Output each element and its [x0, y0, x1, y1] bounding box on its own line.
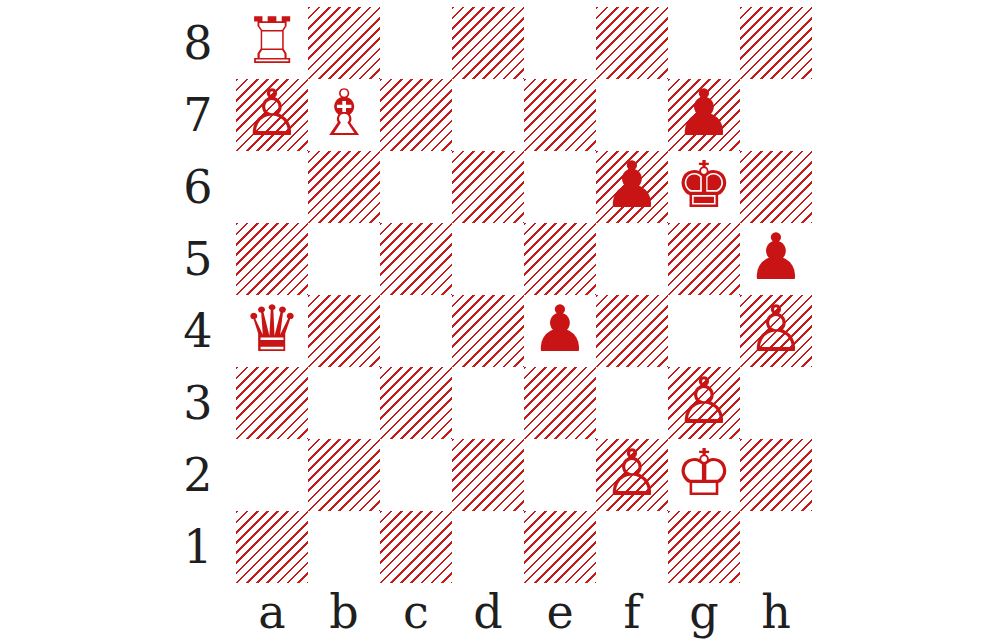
rank-labels: 87654321 — [170, 7, 226, 583]
square-g5[interactable] — [668, 223, 740, 295]
rank-label-7: 7 — [170, 79, 226, 151]
white-pawn-f2[interactable]: ♙ — [603, 437, 660, 509]
file-label-e: e — [524, 584, 596, 640]
square-e2[interactable] — [524, 439, 596, 511]
square-a1[interactable] — [236, 511, 308, 583]
black-pawn-e4[interactable]: ♟ — [531, 293, 588, 365]
rank-label-1: 1 — [170, 511, 226, 583]
square-f6[interactable]: ♟ — [596, 151, 668, 223]
square-e7[interactable] — [524, 79, 596, 151]
square-c7[interactable] — [380, 79, 452, 151]
black-king-g6[interactable]: ♚ — [675, 149, 732, 221]
square-g3[interactable]: ♙ — [668, 367, 740, 439]
square-g1[interactable] — [668, 511, 740, 583]
square-e4[interactable]: ♟ — [524, 295, 596, 367]
square-b2[interactable] — [308, 439, 380, 511]
square-h6[interactable] — [740, 151, 812, 223]
square-h3[interactable] — [740, 367, 812, 439]
square-d1[interactable] — [452, 511, 524, 583]
black-pawn-f6[interactable]: ♟ — [603, 149, 660, 221]
file-labels: abcdefgh — [236, 584, 812, 640]
square-b4[interactable] — [308, 295, 380, 367]
square-c3[interactable] — [380, 367, 452, 439]
square-c4[interactable] — [380, 295, 452, 367]
rank-label-6: 6 — [170, 151, 226, 223]
square-d8[interactable] — [452, 7, 524, 79]
square-f7[interactable] — [596, 79, 668, 151]
white-pawn-a7[interactable]: ♙ — [243, 77, 300, 149]
square-b3[interactable] — [308, 367, 380, 439]
white-king-g2[interactable]: ♔ — [675, 437, 732, 509]
square-e6[interactable] — [524, 151, 596, 223]
square-e1[interactable] — [524, 511, 596, 583]
file-label-b: b — [308, 584, 380, 640]
square-f4[interactable] — [596, 295, 668, 367]
rank-label-3: 3 — [170, 367, 226, 439]
square-b8[interactable] — [308, 7, 380, 79]
square-c8[interactable] — [380, 7, 452, 79]
square-f8[interactable] — [596, 7, 668, 79]
square-a6[interactable] — [236, 151, 308, 223]
file-label-a: a — [236, 584, 308, 640]
file-label-h: h — [740, 584, 812, 640]
square-f2[interactable]: ♙ — [596, 439, 668, 511]
square-c1[interactable] — [380, 511, 452, 583]
square-c5[interactable] — [380, 223, 452, 295]
square-g2[interactable]: ♔ — [668, 439, 740, 511]
black-pawn-g7[interactable]: ♟ — [675, 77, 732, 149]
square-a7[interactable]: ♙ — [236, 79, 308, 151]
square-h5[interactable]: ♟ — [740, 223, 812, 295]
square-b7[interactable]: ♗ — [308, 79, 380, 151]
square-c6[interactable] — [380, 151, 452, 223]
square-e5[interactable] — [524, 223, 596, 295]
square-a5[interactable] — [236, 223, 308, 295]
square-b1[interactable] — [308, 511, 380, 583]
black-queen-a4[interactable]: ♛ — [243, 293, 300, 365]
square-a2[interactable] — [236, 439, 308, 511]
square-a8[interactable]: ♖ — [236, 7, 308, 79]
square-g4[interactable] — [668, 295, 740, 367]
square-g8[interactable] — [668, 7, 740, 79]
square-a4[interactable]: ♛ — [236, 295, 308, 367]
square-g7[interactable]: ♟ — [668, 79, 740, 151]
white-pawn-h4[interactable]: ♙ — [747, 293, 804, 365]
square-g6[interactable]: ♚ — [668, 151, 740, 223]
chess-board: ♖♙♗♟♟♚♟♛♟♙♙♙♔ — [236, 7, 812, 583]
square-d7[interactable] — [452, 79, 524, 151]
square-e8[interactable] — [524, 7, 596, 79]
square-b6[interactable] — [308, 151, 380, 223]
square-h7[interactable] — [740, 79, 812, 151]
rank-label-8: 8 — [170, 7, 226, 79]
square-d4[interactable] — [452, 295, 524, 367]
square-d2[interactable] — [452, 439, 524, 511]
rank-label-5: 5 — [170, 223, 226, 295]
white-bishop-b7[interactable]: ♗ — [315, 77, 372, 149]
rank-label-4: 4 — [170, 295, 226, 367]
square-f5[interactable] — [596, 223, 668, 295]
black-pawn-h5[interactable]: ♟ — [747, 221, 804, 293]
square-d6[interactable] — [452, 151, 524, 223]
white-rook-a8[interactable]: ♖ — [243, 5, 300, 77]
square-a3[interactable] — [236, 367, 308, 439]
chess-diagram: 87654321 ♖♙♗♟♟♚♟♛♟♙♙♙♔ abcdefgh — [0, 0, 1000, 642]
square-f3[interactable] — [596, 367, 668, 439]
file-label-g: g — [668, 584, 740, 640]
square-c2[interactable] — [380, 439, 452, 511]
rank-label-2: 2 — [170, 439, 226, 511]
square-h2[interactable] — [740, 439, 812, 511]
square-f1[interactable] — [596, 511, 668, 583]
square-b5[interactable] — [308, 223, 380, 295]
square-h8[interactable] — [740, 7, 812, 79]
square-d3[interactable] — [452, 367, 524, 439]
white-pawn-g3[interactable]: ♙ — [675, 365, 732, 437]
square-d5[interactable] — [452, 223, 524, 295]
file-label-d: d — [452, 584, 524, 640]
file-label-f: f — [596, 584, 668, 640]
file-label-c: c — [380, 584, 452, 640]
square-e3[interactable] — [524, 367, 596, 439]
square-h1[interactable] — [740, 511, 812, 583]
square-h4[interactable]: ♙ — [740, 295, 812, 367]
